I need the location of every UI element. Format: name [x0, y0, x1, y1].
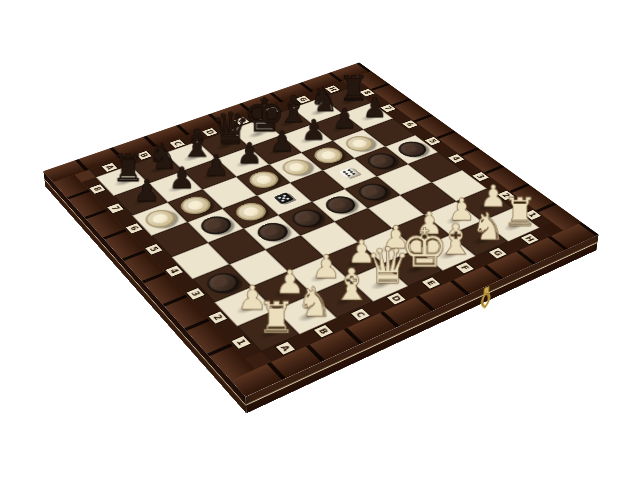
piece-glyph: ♜: [254, 296, 300, 339]
piece-glyph: ♟: [162, 163, 202, 193]
rank-label-tile: 8: [88, 184, 107, 195]
piece-glyph: ♟: [231, 139, 270, 168]
rank-label-tile: 6: [124, 222, 144, 234]
product-photo-scene: ABCDEFGH ABCDEFGH 87654321 87654321 ♜♞♝♛…: [0, 0, 640, 480]
die-pip: [352, 173, 356, 175]
piece-glyph: ♟: [197, 151, 236, 180]
die-pip: [347, 174, 351, 176]
die-pip: [286, 198, 290, 200]
chess-board: ABCDEFGH ABCDEFGH 87654321 87654321 ♜♞♝♛…: [43, 63, 598, 397]
die-pip: [281, 200, 285, 202]
rank-label-tile: 7: [106, 203, 125, 215]
piece-glyph: ♟: [127, 176, 167, 206]
